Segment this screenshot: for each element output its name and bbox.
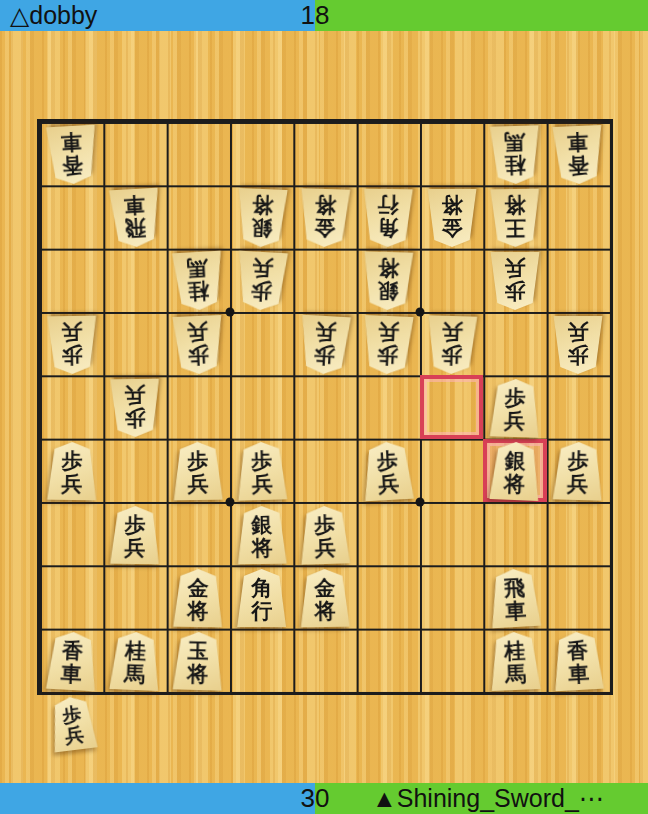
piece-gote-knight-7c[interactable]: 桂馬 [171,251,226,312]
piece-gote-lance-9a[interactable]: 香車 [44,124,99,185]
hand-piece-pawn[interactable]: 歩兵 [47,694,99,752]
piece-sente-pawn-9f[interactable]: 歩兵 [45,442,98,501]
piece-gote-bishop-4b[interactable]: 角行 [362,189,415,248]
shogi-app: { "game": "shogi", "top_bar": { "player_… [0,0,648,814]
star-point [416,498,425,507]
bottom-player-bar: 30 ▲Shining_Sword_⋯ [0,783,648,814]
highlight-square-3e[interactable] [420,375,483,438]
piece-sente-lance-1i[interactable]: 香車 [551,631,606,692]
piece-gote-pawn-4d[interactable]: 歩兵 [361,315,415,375]
piece-gote-pawn-1d[interactable]: 歩兵 [552,316,604,374]
piece-sente-silver-2f[interactable]: 銀将 [488,441,542,501]
star-point [416,308,425,317]
piece-sente-gold-7h[interactable]: 金将 [172,569,225,628]
piece-gote-pawn-3d[interactable]: 歩兵 [425,315,479,374]
piece-gote-gold-3b[interactable]: 金将 [426,189,478,247]
piece-gote-knight-2a[interactable]: 桂馬 [488,125,542,184]
piece-sente-bishop-6h[interactable]: 角行 [236,569,288,627]
shogi-board[interactable]: 香車桂馬香車飛車銀将金将角行金将王将桂馬歩兵銀将歩兵歩兵歩兵歩兵歩兵歩兵歩兵歩兵… [37,119,613,695]
piece-gote-pawn-6c[interactable]: 歩兵 [234,251,289,312]
piece-sente-lance-9i[interactable]: 香車 [44,631,99,692]
piece-sente-pawn-4f[interactable]: 歩兵 [361,441,416,502]
piece-sente-pawn-7f[interactable]: 歩兵 [172,442,225,501]
piece-gote-pawn-8e[interactable]: 歩兵 [109,379,162,438]
bottom-player-clock: 30 [301,784,330,813]
piece-sente-pawn-8g[interactable]: 歩兵 [109,505,162,564]
piece-gote-rook-8b[interactable]: 飛車 [107,188,162,249]
piece-gote-silver-6b[interactable]: 銀将 [234,188,288,248]
piece-sente-knight-2i[interactable]: 桂馬 [488,631,542,691]
top-player-clock: 18 [301,1,330,30]
star-point [226,308,235,317]
piece-gote-pawn-9d[interactable]: 歩兵 [45,315,98,374]
piece-gote-pawn-7d[interactable]: 歩兵 [171,315,225,375]
bottom-player-name: ▲Shining_Sword_⋯ [372,784,604,813]
piece-gote-pawn-5d[interactable]: 歩兵 [297,314,352,375]
piece-sente-king-7i[interactable]: 玉将 [172,632,226,691]
piece-gote-lance-1a[interactable]: 香車 [551,125,605,185]
top-hand-tray [37,40,613,110]
piece-sente-pawn-5g[interactable]: 歩兵 [298,505,352,564]
piece-gote-silver-4c[interactable]: 銀将 [362,252,416,311]
piece-gote-king-2b[interactable]: 王将 [489,189,542,248]
top-player-bar: △dobby 18 [0,0,648,31]
bottom-hand-tray [37,695,613,775]
piece-sente-knight-8i[interactable]: 桂馬 [108,631,162,691]
piece-sente-pawn-2e[interactable]: 歩兵 [488,378,542,437]
piece-gote-pawn-2c[interactable]: 歩兵 [489,252,541,310]
piece-sente-silver-6g[interactable]: 銀将 [235,505,288,564]
piece-gote-gold-5b[interactable]: 金将 [298,188,352,247]
piece-sente-pawn-6f[interactable]: 歩兵 [235,442,289,501]
piece-sente-rook-2h[interactable]: 飛車 [487,568,542,629]
piece-sente-pawn-1f[interactable]: 歩兵 [552,442,606,501]
top-player-name: △dobby [10,1,97,30]
piece-sente-gold-5h[interactable]: 金将 [299,569,352,628]
star-point [226,498,235,507]
